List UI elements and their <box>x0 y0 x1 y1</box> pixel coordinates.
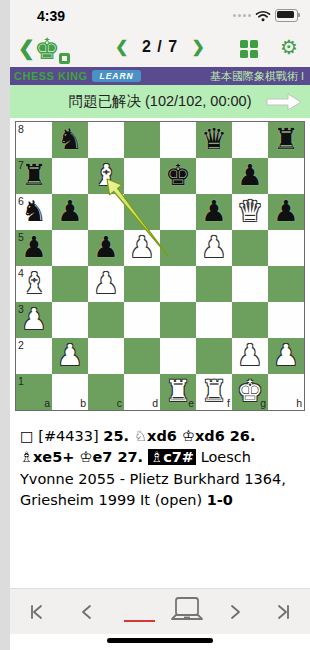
square-h4[interactable] <box>268 266 304 302</box>
square-f1[interactable]: ♜f <box>196 374 232 410</box>
square-e5[interactable] <box>160 230 196 266</box>
square-h5[interactable] <box>268 230 304 266</box>
puzzle-counter: 2 / 7 <box>142 38 178 56</box>
square-e3[interactable] <box>160 302 196 338</box>
file-label: c <box>117 397 122 409</box>
square-d6[interactable] <box>124 194 160 230</box>
nav-bar: ❮ ♚ ❮ 2 / 7 ❯ ⚙ <box>10 30 310 67</box>
brand-banner: CHESS KING LEARN 基本國際象棋戰術 I <box>10 67 310 85</box>
square-b3[interactable] <box>52 302 88 338</box>
course-title: 基本國際象棋戰術 I <box>210 69 304 84</box>
black-pawn: ♟ <box>232 158 268 194</box>
file-label: h <box>296 397 302 409</box>
square-a7[interactable]: ♜7 <box>16 158 52 194</box>
square-c5[interactable]: ♟ <box>88 230 124 266</box>
square-h1[interactable]: h <box>268 374 304 410</box>
square-a5[interactable]: ♟5 <box>16 230 52 266</box>
rank-label: 3 <box>18 303 24 315</box>
square-c2[interactable] <box>88 338 124 374</box>
file-label: f <box>227 397 230 409</box>
white-pawn: ♟ <box>232 338 268 374</box>
black-queen: ♛ <box>196 122 232 158</box>
square-g4[interactable] <box>232 266 268 302</box>
chess-board: 8♞♛♜♜7♝♚♟♞6♟♟♛♟♟5♟♟♟♝4♟♟32♟♟♟1abcd♜e♜f♚g… <box>15 121 305 411</box>
cellular-signal-icon <box>233 14 251 17</box>
white-pawn: ♟ <box>268 338 304 374</box>
white-queen: ♛ <box>232 194 268 230</box>
square-c4[interactable]: ♟ <box>88 266 124 302</box>
square-d8[interactable] <box>124 122 160 158</box>
square-c1[interactable]: c <box>88 374 124 410</box>
square-c6[interactable] <box>88 194 124 230</box>
square-f8[interactable]: ♛ <box>196 122 232 158</box>
square-e1[interactable]: ♜e <box>160 374 196 410</box>
file-label: g <box>260 397 266 409</box>
laptop-icon <box>168 595 206 625</box>
square-g5[interactable] <box>232 230 268 266</box>
square-b2[interactable]: ♟ <box>52 338 88 374</box>
square-d4[interactable] <box>124 266 160 302</box>
square-g7[interactable]: ♟ <box>232 158 268 194</box>
skip-to-start-button[interactable] <box>28 603 46 621</box>
square-f3[interactable] <box>196 302 232 338</box>
square-a8[interactable]: 8 <box>16 122 52 158</box>
move-annotation: □ [#4433] 25. ♘xd6 ♔xd6 26. ♗xe5+ ♔e7 27… <box>10 418 310 520</box>
clock: 4:39 <box>37 8 65 24</box>
brand-name: CHESS KING <box>14 70 87 82</box>
square-b7[interactable] <box>52 158 88 194</box>
square-d2[interactable] <box>124 338 160 374</box>
file-label: e <box>188 397 194 409</box>
square-e7[interactable]: ♚ <box>160 158 196 194</box>
white-pawn: ♟ <box>52 338 88 374</box>
square-d7[interactable] <box>124 158 160 194</box>
white-pawn: ♟ <box>196 230 232 266</box>
rank-label: 2 <box>18 339 24 351</box>
annotation-segment: 1-0 <box>207 492 233 508</box>
computer-analysis-button[interactable] <box>168 595 206 625</box>
status-bar: 4:39 <box>10 0 310 30</box>
square-a4[interactable]: ♝4 <box>16 266 52 302</box>
home-indicator[interactable] <box>107 638 213 643</box>
square-b5[interactable] <box>52 230 88 266</box>
square-g8[interactable] <box>232 122 268 158</box>
rank-label: 8 <box>18 123 24 135</box>
square-a1[interactable]: 1a <box>16 374 52 410</box>
black-knight: ♞ <box>52 122 88 158</box>
square-f6[interactable]: ♟ <box>196 194 232 230</box>
next-move-button[interactable] <box>228 603 242 621</box>
square-e2[interactable] <box>160 338 196 374</box>
square-f2[interactable] <box>196 338 232 374</box>
square-h6[interactable]: ♟ <box>268 194 304 230</box>
square-b4[interactable] <box>52 266 88 302</box>
square-c7[interactable]: ♝ <box>88 158 124 194</box>
grid-view-button[interactable] <box>240 40 258 58</box>
back-button[interactable]: ❮ <box>18 36 35 60</box>
wifi-icon <box>255 10 271 22</box>
square-h3[interactable] <box>268 302 304 338</box>
solved-status-text: 問題已解决 (102/102, 00:00) <box>69 92 252 111</box>
file-label: b <box>80 397 86 409</box>
rank-label: 7 <box>18 159 24 171</box>
rank-label: 1 <box>18 375 24 387</box>
square-c3[interactable] <box>88 302 124 338</box>
file-label: a <box>44 397 50 409</box>
square-h7[interactable] <box>268 158 304 194</box>
engine-dome-button[interactable] <box>110 596 158 622</box>
square-d3[interactable] <box>124 302 160 338</box>
previous-puzzle-button[interactable]: ❮ <box>115 37 128 56</box>
learn-badge: LEARN <box>92 70 140 82</box>
square-g1[interactable]: ♚g <box>232 374 268 410</box>
square-g3[interactable] <box>232 302 268 338</box>
bottom-toolbar <box>10 588 310 634</box>
rank-label: 6 <box>18 195 24 207</box>
square-a2[interactable]: 2 <box>16 338 52 374</box>
next-task-arrow-button[interactable] <box>264 91 304 117</box>
square-e8[interactable] <box>160 122 196 158</box>
square-b6[interactable]: ♟ <box>52 194 88 230</box>
square-f4[interactable] <box>196 266 232 302</box>
black-pawn: ♟ <box>196 194 232 230</box>
battery-icon <box>275 9 298 22</box>
square-a6[interactable]: ♞6 <box>16 194 52 230</box>
next-puzzle-button[interactable]: ❯ <box>192 37 205 56</box>
rank-label: 4 <box>18 267 24 279</box>
white-pawn: ♟ <box>88 266 124 302</box>
white-pawn: ♟ <box>124 230 160 266</box>
square-b1[interactable]: b <box>52 374 88 410</box>
skip-to-end-button[interactable] <box>274 603 292 621</box>
settings-gear-button[interactable]: ⚙ <box>280 35 298 59</box>
square-d5[interactable]: ♟ <box>124 230 160 266</box>
app-window: 4:39 ❮ ♚ ❮ 2 / 7 ❯ ⚙ CHESS KING LEARN 基 <box>10 0 310 650</box>
black-rook: ♜ <box>268 122 304 158</box>
annotation-segment: □ [#4433] <box>20 428 103 444</box>
square-g6[interactable]: ♛ <box>232 194 268 230</box>
square-g2[interactable]: ♟ <box>232 338 268 374</box>
chess-king-logo-icon[interactable]: ♚ <box>34 32 68 66</box>
square-f7[interactable] <box>196 158 232 194</box>
square-d1[interactable]: d <box>124 374 160 410</box>
rank-label: 5 <box>18 231 24 243</box>
black-pawn: ♟ <box>268 194 304 230</box>
white-bishop: ♝ <box>88 158 124 194</box>
file-label: d <box>152 397 158 409</box>
square-e6[interactable] <box>160 194 196 230</box>
black-pawn: ♟ <box>88 230 124 266</box>
previous-move-button[interactable] <box>80 603 94 621</box>
black-pawn: ♟ <box>52 194 88 230</box>
square-h2[interactable]: ♟ <box>268 338 304 374</box>
square-a3[interactable]: ♟3 <box>16 302 52 338</box>
black-king: ♚ <box>160 158 196 194</box>
square-f5[interactable]: ♟ <box>196 230 232 266</box>
square-b8[interactable]: ♞ <box>52 122 88 158</box>
square-e4[interactable] <box>160 266 196 302</box>
square-h8[interactable]: ♜ <box>268 122 304 158</box>
square-c8[interactable] <box>88 122 124 158</box>
solved-status-strip: 問題已解决 (102/102, 00:00) <box>10 85 310 118</box>
current-move-highlight[interactable]: ♗c7# <box>148 449 196 465</box>
